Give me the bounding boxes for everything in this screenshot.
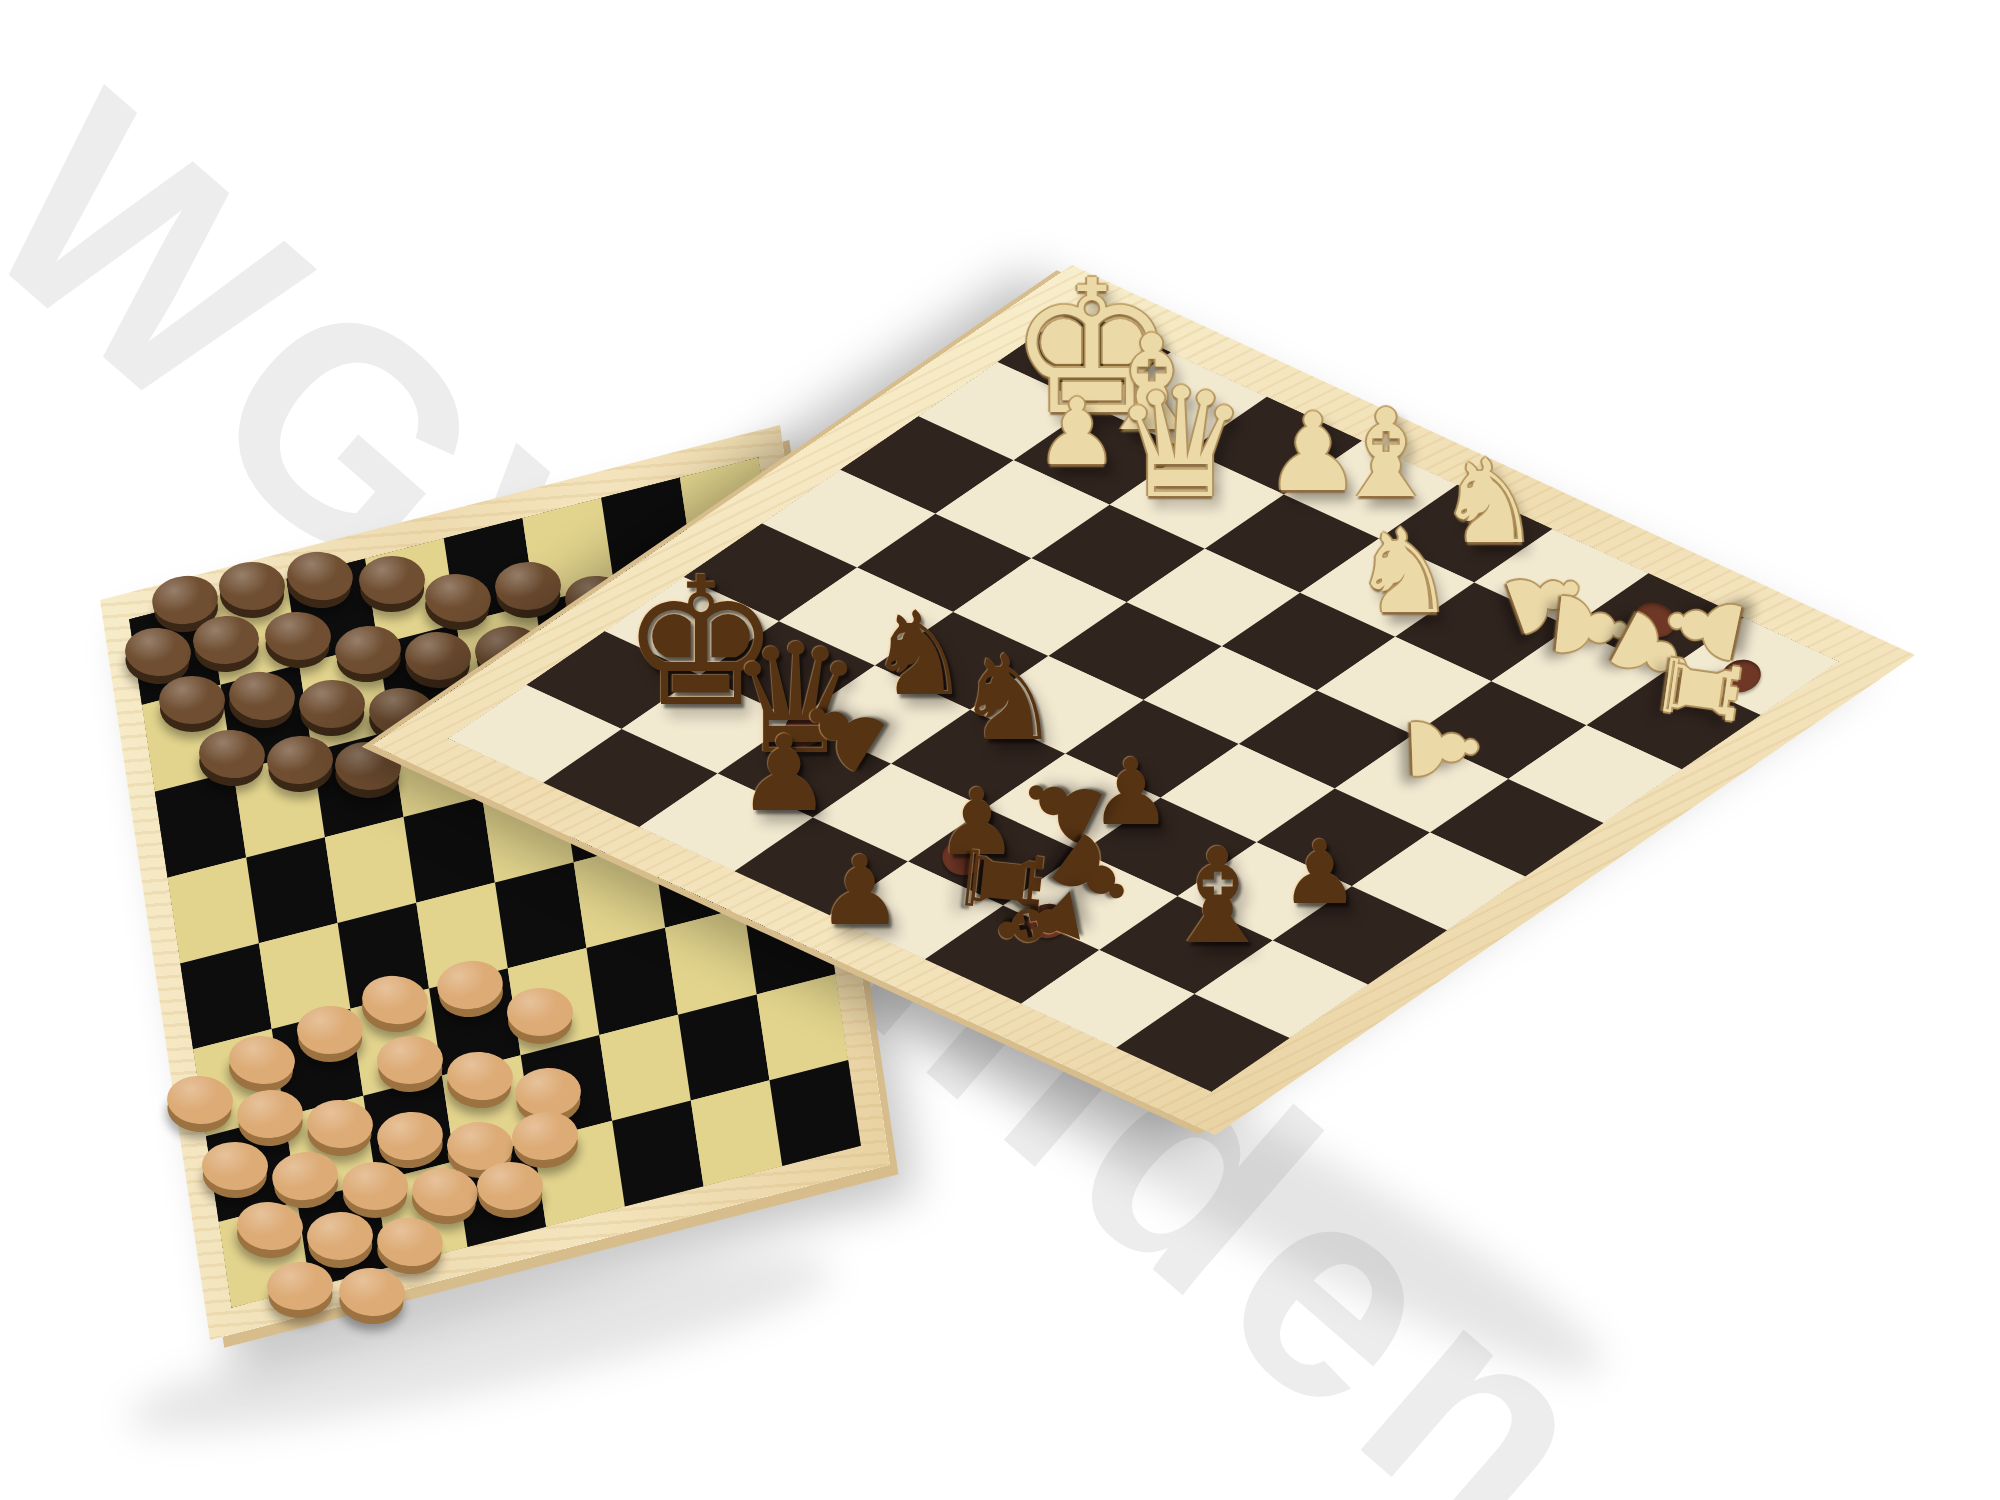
checker-disc-dark: [219, 562, 285, 610]
checkers-dark-square: [769, 1060, 860, 1166]
chess-piece-white-rook-fallen: ♜: [1644, 625, 1755, 752]
chess-piece-dark-pawn: ♟: [1267, 829, 1373, 917]
chess-piece-white-knight: ♞: [1334, 514, 1473, 630]
checker-disc-dark: [159, 676, 225, 724]
chess-piece-dark-pawn: ♟: [802, 843, 917, 939]
chess-piece-dark-bishop-fallen: ♝: [975, 849, 1105, 995]
product-photo-canvas: WGVerlinden ♚♟♝♛♟♝♞♞♟♟♟♟♜♟♚♛♞♞♟♟♟♟♟♝♟♜♟♟…: [0, 0, 2000, 1500]
checkers-light-square: [691, 1080, 782, 1186]
checkers-dark-square: [612, 1100, 703, 1206]
checker-disc-light: [507, 988, 573, 1036]
chess-piece-white-queen: ♛: [1090, 368, 1272, 520]
checker-disc-light: [342, 1162, 408, 1210]
chess-piece-dark-knight: ♞: [937, 639, 1079, 757]
chess-piece-white-pawn-fallen: ♟: [1396, 692, 1490, 803]
